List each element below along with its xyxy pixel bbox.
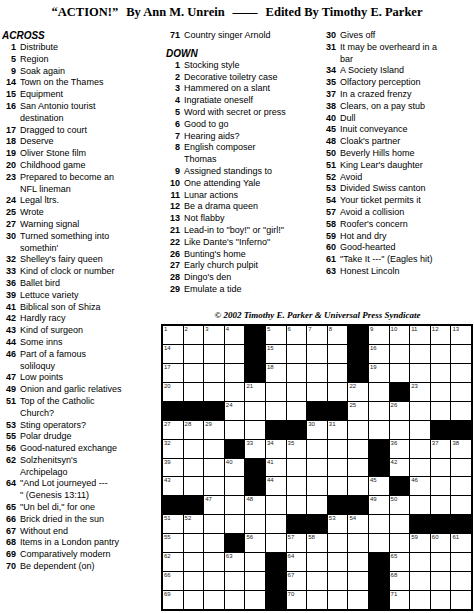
clue: 52Avoid — [322, 172, 474, 184]
grid-cell[interactable]: 35 — [287, 440, 307, 458]
clue: 19Oliver Stone film — [2, 148, 161, 160]
grid-cell[interactable]: 20 — [163, 383, 183, 401]
grid-cell-black — [287, 515, 307, 533]
grid-cell[interactable] — [204, 515, 224, 533]
grid-cell[interactable]: 30 — [307, 421, 327, 439]
down-clue-list-2: 30Gives off31It may be overheard in a ba… — [322, 30, 474, 278]
grid-cell[interactable] — [328, 553, 348, 571]
clue-number: 17 — [2, 125, 20, 137]
grid-cell[interactable]: 32 — [163, 440, 183, 458]
grid-cell[interactable] — [348, 440, 368, 458]
cell-number: 30 — [308, 421, 315, 428]
clue-number: 46 — [2, 349, 20, 361]
grid-cell[interactable]: 38 — [451, 440, 471, 458]
clue-number: 3 — [166, 83, 184, 95]
grid-cell[interactable] — [184, 364, 204, 382]
grid-cell[interactable]: 15 — [266, 345, 286, 363]
edited-by: Edited By Timothy E. Parker — [266, 5, 423, 19]
grid-cell[interactable]: 41 — [266, 459, 286, 477]
grid-cell[interactable] — [245, 591, 265, 609]
grid-cell[interactable] — [287, 496, 307, 514]
grid-cell[interactable]: 6 — [287, 326, 307, 344]
grid-cell[interactable] — [266, 534, 286, 552]
grid-cell[interactable] — [328, 459, 348, 477]
clue-text: Bunting's home — [184, 249, 320, 261]
down-clue-list-1: 1Stocking style2Decorative toiletry case… — [166, 60, 320, 296]
grid-cell[interactable] — [204, 553, 224, 571]
grid-cell[interactable] — [307, 459, 327, 477]
grid-cell[interactable] — [369, 534, 389, 552]
grid-cell[interactable] — [245, 421, 265, 439]
grid-cell[interactable] — [266, 515, 286, 533]
clue-text: Top of the Catholic Church? — [20, 396, 161, 420]
grid-cell[interactable] — [204, 459, 224, 477]
grid-cell-black — [225, 534, 245, 552]
grid-cell[interactable] — [204, 383, 224, 401]
grid-cell[interactable] — [451, 459, 471, 477]
grid-cell-black — [348, 496, 368, 514]
grid-cell[interactable]: 13 — [451, 326, 471, 344]
cell-number: 6 — [288, 326, 291, 333]
grid-cell[interactable] — [328, 345, 348, 363]
clue: 47Low points — [2, 372, 161, 384]
grid-cell[interactable]: 64 — [287, 553, 307, 571]
clue-text: One attending Yale — [184, 178, 320, 190]
grid-cell[interactable] — [184, 383, 204, 401]
grid-cell[interactable] — [184, 440, 204, 458]
cell-number: 11 — [411, 326, 417, 333]
grid-cell[interactable] — [410, 496, 430, 514]
grid-cell[interactable] — [410, 364, 430, 382]
clue-text: Part of a famous soliloquy — [20, 349, 161, 373]
clue-text: King Lear's daughter — [340, 160, 474, 172]
grid-cell[interactable]: 68 — [390, 572, 410, 590]
grid-cell[interactable] — [451, 402, 471, 420]
clue-text: Ballet bird — [20, 278, 161, 290]
grid-cell[interactable]: 14 — [163, 345, 183, 363]
grid-cell[interactable] — [245, 572, 265, 590]
grid-cell[interactable] — [328, 383, 348, 401]
cell-number: 36 — [391, 440, 398, 447]
clue-number: 53 — [322, 183, 340, 195]
grid-cell[interactable] — [287, 364, 307, 382]
cell-number: 29 — [205, 421, 212, 428]
clue: 31It may be overheard in a bar — [322, 42, 474, 66]
clue: 51King Lear's daughter — [322, 160, 474, 172]
clue-number: 51 — [322, 160, 340, 172]
grid-cell[interactable] — [307, 477, 327, 495]
grid-cell[interactable] — [204, 591, 224, 609]
grid-cell[interactable]: 5 — [266, 326, 286, 344]
grid-cell[interactable]: 49 — [369, 496, 389, 514]
grid-cell[interactable]: 9 — [369, 326, 389, 344]
grid-cell[interactable] — [204, 345, 224, 363]
clue-text: Inuit conveyance — [340, 124, 474, 136]
grid-cell[interactable] — [287, 477, 307, 495]
cell-number: 4 — [226, 326, 229, 333]
grid-cell[interactable] — [328, 440, 348, 458]
cell-number: 51 — [164, 515, 171, 522]
clue: 63Honest Lincoln — [322, 266, 474, 278]
grid-cell[interactable]: 8 — [328, 326, 348, 344]
clue: 5Region — [2, 54, 161, 66]
grid-cell[interactable] — [451, 345, 471, 363]
grid-cell[interactable] — [451, 553, 471, 571]
cell-number: 70 — [288, 591, 295, 598]
grid-cell[interactable]: 59 — [410, 534, 430, 552]
grid-cell[interactable] — [307, 364, 327, 382]
grid-cell[interactable]: 46 — [410, 477, 430, 495]
grid-cell[interactable] — [184, 591, 204, 609]
grid-cell-black — [369, 591, 389, 609]
grid-cell[interactable] — [204, 364, 224, 382]
grid-cell[interactable] — [328, 364, 348, 382]
grid-cell[interactable]: 34 — [266, 440, 286, 458]
clue-number: 52 — [322, 172, 340, 184]
clue-text: Early church pulpit — [184, 260, 320, 272]
grid-cell[interactable] — [431, 572, 451, 590]
grid-cell[interactable] — [184, 345, 204, 363]
grid-cell[interactable] — [451, 572, 471, 590]
clue: 33Kind of clock or number — [2, 266, 161, 278]
grid-cell[interactable] — [431, 477, 451, 495]
grid-cell[interactable] — [287, 345, 307, 363]
clue-number: 45 — [322, 124, 340, 136]
grid-cell[interactable] — [225, 591, 245, 609]
cell-number: 49 — [370, 496, 377, 503]
clue-text: Biblical son of Shiza — [20, 302, 161, 314]
grid-cell[interactable]: 10 — [390, 326, 410, 344]
grid-cell[interactable]: 36 — [390, 440, 410, 458]
cell-number: 54 — [349, 515, 356, 522]
cell-number: 71 — [391, 591, 398, 598]
grid-cell[interactable] — [204, 534, 224, 552]
cell-number: 12 — [432, 326, 439, 333]
grid-cell-black — [204, 402, 224, 420]
grid-cell[interactable] — [348, 572, 368, 590]
grid-cell[interactable]: 33 — [245, 440, 265, 458]
grid-cell[interactable]: 58 — [307, 534, 327, 552]
grid-cell[interactable] — [245, 553, 265, 571]
grid-cell-black — [266, 572, 286, 590]
grid-cell[interactable] — [431, 383, 451, 401]
clue-number: 31 — [322, 42, 340, 54]
grid-cell[interactable] — [245, 515, 265, 533]
grid-cell[interactable] — [307, 383, 327, 401]
grid-cell[interactable]: 71 — [390, 591, 410, 609]
grid-cell[interactable]: 12 — [431, 326, 451, 344]
cell-number: 27 — [164, 421, 171, 428]
grid-cell[interactable] — [431, 364, 451, 382]
clue-text: Assigned standings to — [184, 166, 320, 178]
grid-cell[interactable] — [348, 421, 368, 439]
grid-cell[interactable]: 52 — [184, 515, 204, 533]
clue-text: Hardly racy — [20, 313, 161, 325]
clue: 43Kind of surgeon — [2, 325, 161, 337]
grid-cell[interactable]: 27 — [163, 421, 183, 439]
grid-cell[interactable]: 39 — [163, 459, 183, 477]
grid-cell[interactable] — [348, 534, 368, 552]
down-clues-column-2: 30Gives off31It may be overheard in a ba… — [322, 30, 474, 278]
grid-cell[interactable]: 54 — [348, 515, 368, 533]
grid-cell[interactable] — [431, 591, 451, 609]
grid-cell[interactable] — [225, 364, 245, 382]
grid-cell[interactable]: 51 — [163, 515, 183, 533]
grid-cell[interactable] — [410, 459, 430, 477]
clue-number: 36 — [2, 278, 20, 290]
cell-number: 21 — [246, 383, 253, 390]
grid-cell[interactable] — [225, 345, 245, 363]
grid-cell[interactable] — [410, 440, 430, 458]
grid-cell[interactable] — [307, 591, 327, 609]
grid-cell[interactable] — [410, 345, 430, 363]
grid-cell[interactable] — [369, 421, 389, 439]
clue-number: 53 — [2, 420, 20, 432]
title-dash: —— — [233, 5, 258, 19]
grid-cell[interactable]: 69 — [163, 591, 183, 609]
clue-text: Warning signal — [20, 219, 161, 231]
grid-cell[interactable] — [451, 364, 471, 382]
grid-cell[interactable] — [390, 534, 410, 552]
grid-cell[interactable]: 31 — [328, 421, 348, 439]
grid-cell[interactable]: 53 — [328, 515, 348, 533]
grid-cell[interactable] — [390, 515, 410, 533]
cell-number: 8 — [329, 326, 332, 333]
grid-cell[interactable] — [184, 459, 204, 477]
clue-number: 27 — [2, 219, 20, 231]
grid-cell[interactable] — [307, 496, 327, 514]
grid-cell[interactable] — [410, 421, 430, 439]
grid-cell[interactable] — [184, 477, 204, 495]
grid-cell[interactable]: 65 — [390, 553, 410, 571]
clue-text: Olfactory perception — [340, 77, 474, 89]
grid-cell[interactable]: 55 — [163, 534, 183, 552]
grid-cell[interactable]: 48 — [245, 496, 265, 514]
grid-cell[interactable]: 57 — [287, 534, 307, 552]
cell-number: 59 — [411, 534, 418, 541]
grid-cell[interactable] — [431, 496, 451, 514]
clue: 10One attending Yale — [166, 178, 320, 190]
grid-cell[interactable]: 17 — [163, 364, 183, 382]
grid-cell[interactable] — [410, 572, 430, 590]
clue-number: 67 — [2, 526, 20, 538]
grid-cell[interactable]: 43 — [163, 477, 183, 495]
grid-cell[interactable] — [328, 477, 348, 495]
grid-cell[interactable]: 25 — [348, 402, 368, 420]
cell-number: 33 — [246, 440, 253, 447]
clue: 25Wrote — [2, 207, 161, 219]
cell-number: 46 — [411, 477, 418, 484]
clue-text: Your ticket permits it — [340, 195, 474, 207]
grid-cell[interactable] — [307, 345, 327, 363]
clue-number: 1 — [166, 60, 184, 72]
grid-cell[interactable]: 37 — [431, 440, 451, 458]
grid-cell[interactable] — [184, 553, 204, 571]
grid-cell[interactable]: 2 — [184, 326, 204, 344]
grid-cell[interactable]: 56 — [245, 534, 265, 552]
grid-cell[interactable] — [204, 477, 224, 495]
clue: 17Dragged to court — [2, 125, 161, 137]
grid-cell[interactable]: 67 — [287, 572, 307, 590]
grid-cell-black — [451, 515, 471, 533]
grid-cell[interactable]: 63 — [225, 553, 245, 571]
clue-text: Avoid — [340, 172, 474, 184]
clue-number: 28 — [166, 272, 184, 284]
clue-number: 50 — [322, 148, 340, 160]
grid-cell[interactable] — [287, 459, 307, 477]
grid-cell[interactable] — [369, 383, 389, 401]
clue: 3Hammered on a slant — [166, 83, 320, 95]
grid-cell[interactable]: 44 — [266, 477, 286, 495]
grid-cell[interactable] — [307, 553, 327, 571]
grid-cell[interactable] — [451, 496, 471, 514]
grid-cell[interactable] — [390, 364, 410, 382]
cell-number: 62 — [164, 553, 171, 560]
clue: 46Part of a famous soliloquy — [2, 349, 161, 373]
grid-cell[interactable]: 19 — [369, 364, 389, 382]
grid-cell[interactable]: 50 — [390, 496, 410, 514]
grid-cell-black — [163, 402, 183, 420]
clue-number: 26 — [166, 249, 184, 261]
grid-cell[interactable]: 47 — [204, 496, 224, 514]
grid-cell[interactable]: 22 — [348, 383, 368, 401]
grid-cell[interactable] — [266, 383, 286, 401]
grid-cell[interactable]: 4 — [225, 326, 245, 344]
grid-cell[interactable] — [431, 459, 451, 477]
grid-cell[interactable]: 18 — [266, 364, 286, 382]
clue-number: 11 — [166, 190, 184, 202]
grid-cell[interactable] — [225, 383, 245, 401]
grid-cell[interactable] — [348, 553, 368, 571]
clue: 59Hot and dry — [322, 231, 474, 243]
grid-cell-black — [245, 364, 265, 382]
grid-cell[interactable]: 24 — [225, 402, 245, 420]
grid-cell[interactable] — [431, 345, 451, 363]
grid-cell[interactable] — [328, 534, 348, 552]
grid-cell[interactable] — [225, 496, 245, 514]
clue: 1Stocking style — [166, 60, 320, 72]
grid-cell[interactable] — [266, 496, 286, 514]
grid-cell[interactable] — [204, 440, 224, 458]
grid-cell[interactable] — [184, 534, 204, 552]
clue-number: 49 — [2, 384, 20, 396]
grid-cell[interactable] — [225, 421, 245, 439]
grid-cell[interactable] — [451, 591, 471, 609]
grid-cell[interactable] — [451, 477, 471, 495]
cell-number: 31 — [329, 421, 336, 428]
grid-cell[interactable]: 70 — [287, 591, 307, 609]
cell-number: 57 — [288, 534, 295, 541]
grid-cell[interactable]: 45 — [369, 477, 389, 495]
clue: 4Ingratiate oneself — [166, 95, 320, 107]
grid-cell[interactable] — [204, 572, 224, 590]
clue: 60Good-hearted — [322, 242, 474, 254]
grid-cell[interactable] — [245, 402, 265, 420]
clue-text: Comparatively modern — [20, 549, 161, 561]
grid-cell[interactable]: 26 — [390, 402, 410, 420]
grid-cell[interactable]: 62 — [163, 553, 183, 571]
grid-cell[interactable] — [225, 477, 245, 495]
grid-cell[interactable] — [390, 345, 410, 363]
grid-cell[interactable]: 28 — [184, 421, 204, 439]
grid-cell[interactable]: 60 — [431, 534, 451, 552]
cell-number: 14 — [164, 345, 171, 352]
cell-number: 63 — [226, 553, 233, 560]
grid-cell[interactable]: 21 — [245, 383, 265, 401]
clue: 68Items in a London pantry — [2, 537, 161, 549]
grid-cell[interactable]: 16 — [369, 345, 389, 363]
grid-cell[interactable]: 11 — [410, 326, 430, 344]
grid-cell[interactable] — [225, 572, 245, 590]
grid-cell[interactable] — [307, 440, 327, 458]
grid-cell[interactable]: 29 — [204, 421, 224, 439]
clue-number: 7 — [166, 131, 184, 143]
grid-cell[interactable]: 66 — [163, 572, 183, 590]
cell-number: 39 — [164, 459, 171, 466]
clue: 13Not flabby — [166, 213, 320, 225]
grid-cell[interactable] — [390, 421, 410, 439]
clue-text: In a crazed frenzy — [340, 89, 474, 101]
grid-cell[interactable] — [328, 591, 348, 609]
grid-cell[interactable] — [287, 402, 307, 420]
cell-number: 32 — [164, 440, 171, 447]
grid-cell[interactable] — [307, 572, 327, 590]
grid-cell[interactable]: 1 — [163, 326, 183, 344]
grid-cell-black — [163, 496, 183, 514]
grid-cell[interactable] — [369, 515, 389, 533]
grid-cell[interactable] — [431, 553, 451, 571]
grid-cell[interactable] — [348, 591, 368, 609]
grid-cell[interactable] — [348, 459, 368, 477]
grid-cell[interactable] — [225, 515, 245, 533]
clue: 28Dingo's den — [166, 272, 320, 284]
grid-cell[interactable] — [328, 572, 348, 590]
grid-cell[interactable] — [431, 402, 451, 420]
grid-cell[interactable] — [451, 383, 471, 401]
grid-cell-black — [410, 515, 430, 533]
clue: 12Be a drama queen — [166, 201, 320, 213]
clue: 64"And Lot journeyed --- " (Genesis 13:1… — [2, 478, 161, 502]
cell-number: 43 — [164, 477, 171, 484]
grid-cell[interactable] — [369, 402, 389, 420]
grid-cell[interactable]: 7 — [307, 326, 327, 344]
grid-cell[interactable] — [266, 402, 286, 420]
clue-text: Town on the Thames — [20, 77, 161, 89]
grid-cell[interactable] — [410, 402, 430, 420]
clue-number: 58 — [322, 219, 340, 231]
clue: 55Polar drudge — [2, 431, 161, 443]
grid-cell[interactable] — [410, 553, 430, 571]
grid-cell[interactable] — [410, 591, 430, 609]
clue: 38Clears, on a pay stub — [322, 101, 474, 113]
clue: 21Lead-in to "boy!" or "girl!" — [166, 225, 320, 237]
clue: 7Hearing aids? — [166, 131, 320, 143]
grid-cell[interactable]: 61 — [451, 534, 471, 552]
grid-cell[interactable]: 42 — [390, 459, 410, 477]
clue: 29Emulate a tide — [166, 284, 320, 296]
grid-cell[interactable]: 23 — [410, 383, 430, 401]
clue-text: Items in a London pantry — [20, 537, 161, 549]
grid-cell[interactable]: 3 — [204, 326, 224, 344]
clue: 30Gives off — [322, 30, 474, 42]
grid-cell[interactable] — [184, 572, 204, 590]
clue-number: 1 — [2, 42, 20, 54]
clue: 26Bunting's home — [166, 249, 320, 261]
grid-cell[interactable]: 40 — [225, 459, 245, 477]
grid-cell[interactable] — [287, 383, 307, 401]
grid-cell[interactable] — [348, 477, 368, 495]
clue-text: Clears, on a pay stub — [340, 101, 474, 113]
